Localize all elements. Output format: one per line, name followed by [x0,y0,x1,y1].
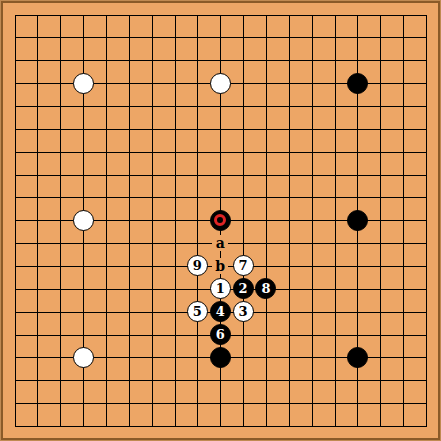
move-number: 9 [193,259,202,272]
stone-white-l6[interactable]: 3 [233,301,254,322]
go-board[interactable]: 123456789ab [0,0,441,441]
move-number: 8 [261,282,270,295]
stone-white-j6[interactable]: 5 [187,301,208,322]
grid-line [289,15,290,428]
move-number: 1 [216,282,225,295]
stone-black-l7[interactable]: 2 [233,278,254,299]
point-label-b[interactable]: b [212,258,228,274]
stone-black-q4[interactable] [347,347,368,368]
move-number: 4 [216,305,225,318]
grid-line [266,15,267,428]
stone-white-d16[interactable] [73,73,94,94]
grid-line [15,403,428,404]
move-number: 2 [239,282,248,295]
red-circle-mark-icon [214,214,226,226]
stone-white-j8[interactable]: 9 [187,255,208,276]
grid-line [335,15,336,428]
grid-line [15,380,428,381]
stone-white-k7[interactable]: 1 [210,278,231,299]
move-number: 5 [193,305,202,318]
stone-black-k6[interactable]: 4 [210,301,231,322]
stone-black-k10[interactable] [210,210,231,231]
move-number: 7 [239,259,248,272]
stone-white-l8[interactable]: 7 [233,255,254,276]
grid-line [243,15,244,428]
move-number: 6 [216,328,225,341]
grid-line [380,15,381,428]
stone-black-q16[interactable] [347,73,368,94]
stone-white-d10[interactable] [73,210,94,231]
stone-white-d4[interactable] [73,347,94,368]
stone-black-k5[interactable]: 6 [210,324,231,345]
grid-line [15,426,428,427]
stone-black-q10[interactable] [347,210,368,231]
stone-black-k4[interactable] [210,347,231,368]
grid-line [403,15,404,428]
stone-white-k16[interactable] [210,73,231,94]
stone-black-m7[interactable]: 8 [255,278,276,299]
grid-line [312,15,313,428]
grid-line [426,15,427,428]
point-label-a[interactable]: a [212,235,228,251]
move-number: 3 [239,305,248,318]
